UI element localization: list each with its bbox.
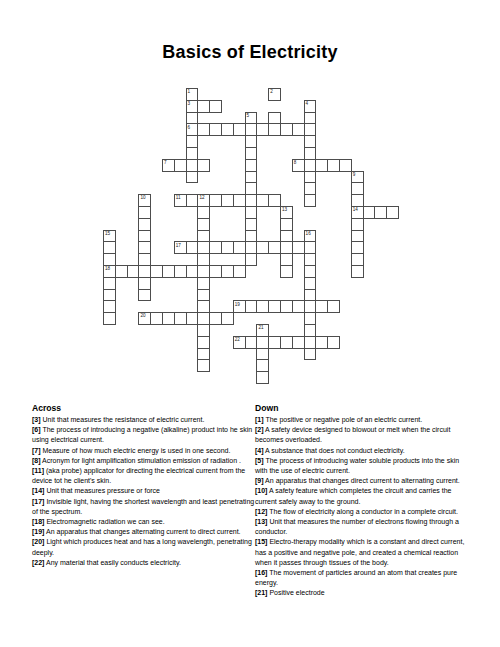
grid-cell[interactable]: 2 — [268, 88, 281, 101]
clue-down-2: [2] A safety device designed to blowout … — [255, 425, 470, 445]
grid-cell[interactable] — [256, 371, 269, 384]
clue-across-14: [14] Unit that measures pressure or forc… — [32, 486, 255, 496]
clue-number: [6] — [32, 426, 41, 433]
clue-across-22: [22] Any material that easily conducts e… — [32, 558, 255, 568]
cell-number: 17 — [176, 243, 181, 248]
across-clue-list: [3] Unit that measures the resistance of… — [32, 415, 255, 568]
grid-cell[interactable] — [386, 206, 399, 219]
grid-cell[interactable] — [197, 359, 210, 372]
grid-cell[interactable] — [221, 312, 234, 325]
clue-number: [3] — [32, 416, 41, 423]
grid-cell[interactable] — [233, 265, 246, 278]
clue-number: [20] — [32, 538, 44, 545]
cell-number: 6 — [188, 125, 191, 130]
clue-number: [12] — [255, 508, 267, 515]
clue-down-12: [12] The flow of electricity along a con… — [255, 507, 470, 517]
down-header: Down — [255, 403, 470, 414]
cell-number: 18 — [105, 266, 110, 271]
clue-across-6: [6] The process of introducing a negativ… — [32, 425, 255, 445]
cell-number: 13 — [282, 207, 287, 212]
clue-number: [8] — [32, 457, 41, 464]
clue-number: [16] — [255, 569, 267, 576]
clue-down-15: [15] Electro-therapy modality which is a… — [255, 537, 470, 568]
cell-number: 9 — [353, 172, 356, 177]
cell-number: 22 — [235, 337, 240, 342]
clue-across-18: [18] Electromagnetic radiation we can se… — [32, 517, 255, 527]
clue-number: [15] — [255, 538, 267, 545]
clue-down-4: [4] A substance that does not conduct el… — [255, 446, 470, 456]
cell-number: 7 — [164, 160, 167, 165]
clue-number: [19] — [32, 528, 44, 535]
grid-cell[interactable] — [186, 171, 199, 184]
across-clues-section: Across [3] Unit that measures the resist… — [32, 403, 255, 568]
cell-number: 21 — [258, 325, 263, 330]
clue-number: [7] — [32, 447, 41, 454]
down-clue-list: [1] The positive or negative pole of an … — [255, 415, 470, 599]
clue-across-17: [17] Invisible light, having the shortes… — [32, 497, 255, 517]
clue-down-10: [10] A safety feature which completes th… — [255, 486, 470, 506]
grid-cell[interactable] — [280, 265, 293, 278]
cell-number: 16 — [306, 231, 311, 236]
grid-cell[interactable] — [327, 300, 340, 313]
across-header: Across — [32, 403, 255, 414]
clue-number: [11] — [32, 467, 44, 474]
grid-cell[interactable] — [209, 100, 222, 113]
grid-cell[interactable] — [103, 312, 116, 325]
grid-cell[interactable] — [304, 348, 317, 361]
clue-number: [18] — [32, 518, 44, 525]
cell-number: 14 — [353, 207, 358, 212]
clue-down-9: [9] An apparatus that changes direct cur… — [255, 476, 470, 486]
cell-number: 3 — [188, 101, 191, 106]
clue-number: [1] — [255, 416, 264, 423]
cell-number: 1 — [188, 89, 191, 94]
grid-cell[interactable] — [304, 194, 317, 207]
cell-number: 11 — [176, 195, 181, 200]
grid-cell[interactable] — [138, 289, 151, 302]
clue-down-16: [16] The movement of particles around an… — [255, 568, 470, 588]
clue-number: [14] — [32, 487, 44, 494]
down-clues-section: Down [1] The positive or negative pole o… — [255, 403, 470, 599]
cell-number: 2 — [270, 89, 273, 94]
cell-number: 19 — [235, 302, 240, 307]
clue-down-13: [13] Unit that measures the number of el… — [255, 517, 470, 537]
cell-number: 10 — [140, 195, 145, 200]
grid-cell[interactable] — [351, 265, 364, 278]
clue-down-1: [1] The positive or negative pole of an … — [255, 415, 470, 425]
clue-number: [13] — [255, 518, 267, 525]
clue-across-3: [3] Unit that measures the resistance of… — [32, 415, 255, 425]
clue-number: [2] — [255, 426, 264, 433]
clue-number: [21] — [255, 589, 267, 596]
clue-number: [17] — [32, 498, 44, 505]
clue-across-20: [20] Light which produces heat and has a… — [32, 537, 255, 557]
cell-number: 5 — [247, 113, 250, 118]
grid-cell[interactable] — [245, 253, 258, 266]
clue-number: [9] — [255, 477, 264, 484]
clue-number: [5] — [255, 457, 264, 464]
clue-across-11: [11] (aka probe) applicator for directin… — [32, 466, 255, 486]
cell-number: 15 — [105, 231, 110, 236]
clue-down-5: [5] The process of introducing water sol… — [255, 456, 470, 476]
grid-cell[interactable] — [327, 336, 340, 349]
clue-across-7: [7] Measure of how much electric energy … — [32, 446, 255, 456]
clue-down-21: [21] Positive electrode — [255, 588, 470, 598]
grid-cell[interactable] — [197, 159, 210, 172]
clue-across-8: [8] Acronym for light amplification stim… — [32, 456, 255, 466]
cell-number: 12 — [199, 195, 204, 200]
clue-number: [10] — [255, 487, 267, 494]
clue-number: [22] — [32, 559, 44, 566]
cell-number: 8 — [294, 160, 297, 165]
clue-across-19: [19] An apparatus that changes alternati… — [32, 527, 255, 537]
cell-number: 4 — [306, 101, 309, 106]
cell-number: 20 — [140, 313, 145, 318]
clue-number: [4] — [255, 447, 264, 454]
